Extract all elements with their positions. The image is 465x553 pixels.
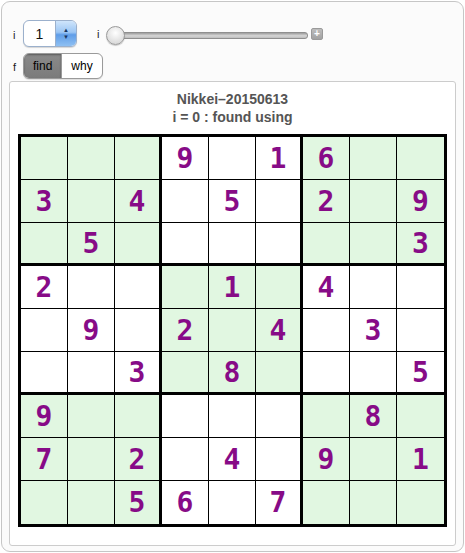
cell-r9c9 [397,481,444,524]
cell-r2c6 [256,180,303,223]
cell-r5c1 [21,309,68,352]
i-slider-thumb[interactable] [106,26,125,45]
stepper-down-icon[interactable]: ▼ [63,34,69,41]
cell-r4c4 [162,266,209,309]
cell-r5c5 [209,309,256,352]
cell-r4c9 [397,266,444,309]
cell-r7c8: 8 [350,395,397,438]
cell-r5c6: 4 [256,309,303,352]
cell-r8c8 [350,438,397,481]
cell-r7c2 [68,395,115,438]
cell-r4c7: 4 [303,266,350,309]
cell-r7c5 [209,395,256,438]
cell-r7c7 [303,395,350,438]
cell-r3c5 [209,223,256,266]
cell-r1c4: 9 [162,137,209,180]
cell-r5c8: 3 [350,309,397,352]
slider-expand-button[interactable]: + [311,28,323,40]
cell-r4c8 [350,266,397,309]
cell-r8c4 [162,438,209,481]
cell-r9c8 [350,481,397,524]
puzzle-status-line: i = 0 : found using [10,109,455,125]
cell-r1c3 [115,137,162,180]
cell-r4c6 [256,266,303,309]
cell-r3c2: 5 [68,223,115,266]
cell-r9c6: 7 [256,481,303,524]
cell-r6c5: 8 [209,352,256,395]
cell-r2c1: 3 [21,180,68,223]
cell-r4c2 [68,266,115,309]
cell-r7c3 [115,395,162,438]
cell-r3c9: 3 [397,223,444,266]
cell-r7c9 [397,395,444,438]
cell-r3c7 [303,223,350,266]
manipulate-panel: i 1 ▲ ▼ i + f find why Nikkei–20150613 i… [1,1,464,552]
cell-r3c8 [350,223,397,266]
cell-r6c3: 3 [115,352,162,395]
stepper-arrows-icon[interactable]: ▲ ▼ [55,21,76,46]
board-panel: Nikkei–20150613 i = 0 : found using 9163… [9,81,456,546]
i-value-popup[interactable]: 1 ▲ ▼ [23,20,77,47]
cell-r4c1: 2 [21,266,68,309]
cell-r1c5 [209,137,256,180]
cell-r9c3: 5 [115,481,162,524]
cell-r8c3: 2 [115,438,162,481]
toggle-option-why[interactable]: why [61,54,101,78]
cell-r6c9: 5 [397,352,444,395]
cell-r6c4 [162,352,209,395]
cell-r1c9 [397,137,444,180]
stepper-up-icon[interactable]: ▲ [63,27,69,34]
sudoku-board: 916345295321492433859872491567 [18,134,447,527]
f-toggle-group: find why [23,53,103,79]
cell-r9c1 [21,481,68,524]
cell-r6c2 [68,352,115,395]
cell-r9c2 [68,481,115,524]
popup-label: i [13,29,15,41]
cell-r8c2 [68,438,115,481]
screenshot-root: i 1 ▲ ▼ i + f find why Nikkei–20150613 i… [0,0,465,553]
cell-r8c7: 9 [303,438,350,481]
cell-r1c6: 1 [256,137,303,180]
cell-r2c2 [68,180,115,223]
popup-current-value: 1 [24,21,55,46]
cell-r3c3 [115,223,162,266]
cell-r9c7 [303,481,350,524]
cell-r6c7 [303,352,350,395]
puzzle-title: Nikkei–20150613 [10,91,455,107]
cell-r1c1 [21,137,68,180]
cell-r3c4 [162,223,209,266]
cell-r7c1: 9 [21,395,68,438]
cell-r2c7: 2 [303,180,350,223]
cell-r6c6 [256,352,303,395]
cell-r4c3 [115,266,162,309]
cell-r1c2 [68,137,115,180]
toggle-option-find[interactable]: find [24,54,61,78]
cell-r8c1: 7 [21,438,68,481]
cell-r5c3 [115,309,162,352]
slider-label: i [97,28,99,40]
cell-r2c9: 9 [397,180,444,223]
cell-r5c4: 2 [162,309,209,352]
cell-r8c6 [256,438,303,481]
cell-r3c1 [21,223,68,266]
cell-r1c7: 6 [303,137,350,180]
cell-r4c5: 1 [209,266,256,309]
cell-r7c4 [162,395,209,438]
cell-r6c8 [350,352,397,395]
cell-r8c9: 1 [397,438,444,481]
cell-r3c6 [256,223,303,266]
cell-r2c4 [162,180,209,223]
i-slider-track[interactable] [110,32,308,39]
cell-r8c5: 4 [209,438,256,481]
cell-r9c5 [209,481,256,524]
cell-r5c2: 9 [68,309,115,352]
cell-r7c6 [256,395,303,438]
cell-r2c8 [350,180,397,223]
cell-r1c8 [350,137,397,180]
cell-r5c9 [397,309,444,352]
cell-r5c7 [303,309,350,352]
toggle-label: f [13,61,16,73]
cell-r2c3: 4 [115,180,162,223]
cell-r9c4: 6 [162,481,209,524]
cell-r2c5: 5 [209,180,256,223]
cell-r6c1 [21,352,68,395]
